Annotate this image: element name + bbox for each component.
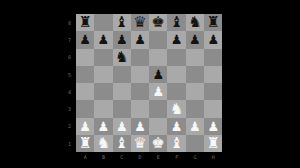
piece-black-bishop[interactable]: ♝ (167, 14, 185, 31)
file-label-b: B (94, 154, 112, 162)
square-d5[interactable] (131, 66, 149, 83)
square-b5[interactable] (94, 66, 112, 83)
piece-black-queen[interactable]: ♛ (131, 14, 149, 31)
square-d3[interactable] (131, 100, 149, 117)
piece-black-bishop[interactable]: ♝ (113, 14, 131, 31)
square-c6[interactable]: ♞ (113, 49, 131, 66)
piece-black-pawn[interactable]: ♟ (204, 31, 222, 48)
square-e8[interactable]: ♚ (149, 14, 167, 31)
square-h2[interactable]: ♟ (204, 118, 222, 135)
square-c4[interactable] (113, 83, 131, 100)
square-h1[interactable]: ♜ (204, 135, 222, 152)
file-label-h: H (204, 154, 222, 162)
square-b2[interactable]: ♟ (94, 118, 112, 135)
square-b6[interactable] (94, 49, 112, 66)
square-f4[interactable] (167, 83, 185, 100)
square-g3[interactable] (186, 100, 204, 117)
rank-label-6: 6 (60, 49, 74, 66)
piece-white-bishop[interactable]: ♝ (167, 135, 185, 152)
square-h5[interactable] (204, 66, 222, 83)
piece-white-pawn[interactable]: ♟ (113, 118, 131, 135)
square-c5[interactable] (113, 66, 131, 83)
square-d7[interactable]: ♟ (131, 31, 149, 48)
square-e2[interactable] (149, 118, 167, 135)
rank-label-3: 3 (60, 100, 74, 117)
rank-label-2: 2 (60, 118, 74, 135)
file-labels: ABCDEFGH (76, 154, 222, 162)
square-g2[interactable]: ♟ (186, 118, 204, 135)
square-c1[interactable]: ♝ (113, 135, 131, 152)
chess-board[interactable]: ♜♝♛♚♝♞♜♟♟♟♟♟♟♟♞♟♟♞♟♟♟♟♟♟♟♜♞♝♛♚♝♜ (76, 14, 222, 152)
square-f1[interactable]: ♝ (167, 135, 185, 152)
square-d8[interactable]: ♛ (131, 14, 149, 31)
piece-white-pawn[interactable]: ♟ (167, 118, 185, 135)
square-a2[interactable]: ♟ (76, 118, 94, 135)
rank-label-5: 5 (60, 66, 74, 83)
square-h3[interactable] (204, 100, 222, 117)
piece-white-pawn[interactable]: ♟ (204, 118, 222, 135)
rank-label-4: 4 (60, 83, 74, 100)
square-h4[interactable] (204, 83, 222, 100)
piece-black-pawn[interactable]: ♟ (94, 31, 112, 48)
square-g1[interactable] (186, 135, 204, 152)
chess-app-window: 87654321 ♜♝♛♚♝♞♜♟♟♟♟♟♟♟♞♟♟♞♟♟♟♟♟♟♟♜♞♝♛♚♝… (0, 0, 300, 168)
file-label-c: C (113, 154, 131, 162)
square-c8[interactable]: ♝ (113, 14, 131, 31)
square-e7[interactable] (149, 31, 167, 48)
square-h6[interactable] (204, 49, 222, 66)
square-e1[interactable]: ♚ (149, 135, 167, 152)
rank-label-7: 7 (60, 31, 74, 48)
square-c3[interactable] (113, 100, 131, 117)
piece-white-rook[interactable]: ♜ (76, 135, 94, 152)
square-g4[interactable] (186, 83, 204, 100)
square-a6[interactable] (76, 49, 94, 66)
file-label-e: E (149, 154, 167, 162)
piece-white-pawn[interactable]: ♟ (186, 118, 204, 135)
square-f3[interactable]: ♞ (167, 100, 185, 117)
rank-labels: 87654321 (60, 14, 74, 152)
square-b1[interactable]: ♞ (94, 135, 112, 152)
piece-white-rook[interactable]: ♜ (204, 135, 222, 152)
square-e4[interactable]: ♟ (149, 83, 167, 100)
piece-black-pawn[interactable]: ♟ (76, 31, 94, 48)
square-b8[interactable] (94, 14, 112, 31)
file-label-f: F (167, 154, 185, 162)
square-f2[interactable]: ♟ (167, 118, 185, 135)
piece-black-pawn[interactable]: ♟ (149, 66, 167, 83)
piece-white-knight[interactable]: ♞ (94, 135, 112, 152)
square-a8[interactable]: ♜ (76, 14, 94, 31)
piece-black-pawn[interactable]: ♟ (131, 31, 149, 48)
square-d2[interactable]: ♟ (131, 118, 149, 135)
square-f6[interactable] (167, 49, 185, 66)
rank-label-1: 1 (60, 135, 74, 152)
piece-black-pawn[interactable]: ♟ (167, 31, 185, 48)
square-b7[interactable]: ♟ (94, 31, 112, 48)
square-d6[interactable] (131, 49, 149, 66)
file-label-a: A (76, 154, 94, 162)
piece-white-pawn[interactable]: ♟ (94, 118, 112, 135)
square-a7[interactable]: ♟ (76, 31, 94, 48)
piece-white-queen[interactable]: ♛ (131, 135, 149, 152)
piece-black-knight[interactable]: ♞ (186, 14, 204, 31)
square-f7[interactable]: ♟ (167, 31, 185, 48)
square-e5[interactable]: ♟ (149, 66, 167, 83)
file-label-d: D (131, 154, 149, 162)
square-b4[interactable] (94, 83, 112, 100)
piece-white-pawn[interactable]: ♟ (149, 83, 167, 100)
square-f5[interactable] (167, 66, 185, 83)
piece-black-rook[interactable]: ♜ (76, 14, 94, 31)
file-label-g: G (186, 154, 204, 162)
square-g8[interactable]: ♞ (186, 14, 204, 31)
square-h7[interactable]: ♟ (204, 31, 222, 48)
square-a1[interactable]: ♜ (76, 135, 94, 152)
square-b3[interactable] (94, 100, 112, 117)
piece-black-rook[interactable]: ♜ (204, 14, 222, 31)
square-g5[interactable] (186, 66, 204, 83)
piece-white-bishop[interactable]: ♝ (113, 135, 131, 152)
square-e3[interactable] (149, 100, 167, 117)
piece-black-knight[interactable]: ♞ (113, 49, 131, 66)
square-d4[interactable] (131, 83, 149, 100)
square-e6[interactable] (149, 49, 167, 66)
piece-black-pawn[interactable]: ♟ (186, 31, 204, 48)
square-g6[interactable] (186, 49, 204, 66)
square-d1[interactable]: ♛ (131, 135, 149, 152)
square-c7[interactable]: ♟ (113, 31, 131, 48)
piece-white-king[interactable]: ♚ (149, 135, 167, 152)
piece-white-pawn[interactable]: ♟ (131, 118, 149, 135)
rank-label-8: 8 (60, 14, 74, 31)
square-a5[interactable] (76, 66, 94, 83)
square-a3[interactable] (76, 100, 94, 117)
piece-white-pawn[interactable]: ♟ (76, 118, 94, 135)
square-g7[interactable]: ♟ (186, 31, 204, 48)
square-f8[interactable]: ♝ (167, 14, 185, 31)
square-h8[interactable]: ♜ (204, 14, 222, 31)
square-c2[interactable]: ♟ (113, 118, 131, 135)
piece-black-pawn[interactable]: ♟ (113, 31, 131, 48)
piece-black-king[interactable]: ♚ (149, 14, 167, 31)
square-a4[interactable] (76, 83, 94, 100)
piece-white-knight[interactable]: ♞ (167, 100, 185, 117)
